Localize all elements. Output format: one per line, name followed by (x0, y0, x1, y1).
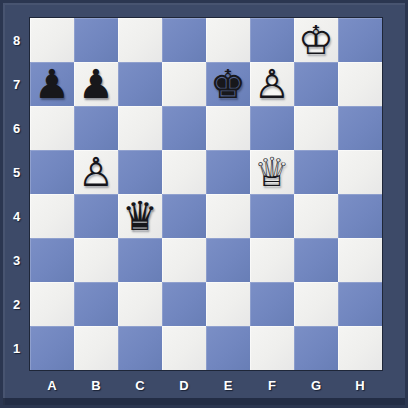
white-queen-outline: ♕ (250, 150, 294, 194)
file-label-g: G (294, 371, 338, 399)
square-c6[interactable] (118, 106, 162, 150)
rank-label-5: 5 (3, 150, 30, 194)
square-a6[interactable] (30, 106, 74, 150)
square-e6[interactable] (206, 106, 250, 150)
square-h7[interactable] (338, 62, 382, 106)
black-queen-glyph: ♛ (118, 194, 162, 238)
square-d2[interactable] (162, 282, 206, 326)
square-h6[interactable] (338, 106, 382, 150)
square-c8[interactable] (118, 18, 162, 62)
rank-label-7: 7 (3, 62, 30, 106)
square-g2[interactable] (294, 282, 338, 326)
rank-labels: 87654321 (3, 18, 30, 370)
file-label-b: B (74, 371, 118, 399)
square-d1[interactable] (162, 326, 206, 370)
square-d3[interactable] (162, 238, 206, 282)
square-c4[interactable]: ♛ (118, 194, 162, 238)
rank-label-4: 4 (3, 194, 30, 238)
square-b3[interactable] (74, 238, 118, 282)
square-c1[interactable] (118, 326, 162, 370)
rank-label-1: 1 (3, 326, 30, 370)
file-label-d: D (162, 371, 206, 399)
square-e7[interactable]: ♚ (206, 62, 250, 106)
square-e4[interactable] (206, 194, 250, 238)
square-f6[interactable] (250, 106, 294, 150)
white-king-outline: ♔ (294, 18, 338, 62)
square-c7[interactable] (118, 62, 162, 106)
square-f2[interactable] (250, 282, 294, 326)
square-b2[interactable] (74, 282, 118, 326)
chess-board-frame: 87654321 ♚♔♟♟♚♟♙♟♙♛♕♛ ABCDEFGH (0, 0, 408, 408)
square-a2[interactable] (30, 282, 74, 326)
black-pawn[interactable]: ♟ (30, 62, 74, 106)
square-g5[interactable] (294, 150, 338, 194)
square-f8[interactable] (250, 18, 294, 62)
white-queen[interactable]: ♛♕ (250, 150, 294, 194)
square-b8[interactable] (74, 18, 118, 62)
file-label-h: H (338, 371, 382, 399)
square-a5[interactable] (30, 150, 74, 194)
rank-label-6: 6 (3, 106, 30, 150)
square-d7[interactable] (162, 62, 206, 106)
square-e5[interactable] (206, 150, 250, 194)
rank-label-8: 8 (3, 18, 30, 62)
square-a1[interactable] (30, 326, 74, 370)
white-pawn[interactable]: ♟♙ (74, 150, 118, 194)
file-label-c: C (118, 371, 162, 399)
chess-board: ♚♔♟♟♚♟♙♟♙♛♕♛ (30, 18, 382, 370)
square-a7[interactable]: ♟ (30, 62, 74, 106)
square-b4[interactable] (74, 194, 118, 238)
square-g7[interactable] (294, 62, 338, 106)
square-e1[interactable] (206, 326, 250, 370)
square-d6[interactable] (162, 106, 206, 150)
square-g6[interactable] (294, 106, 338, 150)
black-queen[interactable]: ♛ (118, 194, 162, 238)
square-a4[interactable] (30, 194, 74, 238)
square-d4[interactable] (162, 194, 206, 238)
square-h1[interactable] (338, 326, 382, 370)
square-a3[interactable] (30, 238, 74, 282)
rank-label-2: 2 (3, 282, 30, 326)
square-h3[interactable] (338, 238, 382, 282)
square-b7[interactable]: ♟ (74, 62, 118, 106)
file-labels: ABCDEFGH (30, 371, 382, 399)
square-g3[interactable] (294, 238, 338, 282)
square-e2[interactable] (206, 282, 250, 326)
black-pawn-glyph: ♟ (30, 62, 74, 106)
square-h2[interactable] (338, 282, 382, 326)
square-h4[interactable] (338, 194, 382, 238)
square-c2[interactable] (118, 282, 162, 326)
square-g8[interactable]: ♚♔ (294, 18, 338, 62)
black-king-glyph: ♚ (206, 62, 250, 106)
black-king[interactable]: ♚ (206, 62, 250, 106)
square-f3[interactable] (250, 238, 294, 282)
file-label-e: E (206, 371, 250, 399)
square-f4[interactable] (250, 194, 294, 238)
square-d5[interactable] (162, 150, 206, 194)
square-a8[interactable] (30, 18, 74, 62)
square-e8[interactable] (206, 18, 250, 62)
square-e3[interactable] (206, 238, 250, 282)
square-c3[interactable] (118, 238, 162, 282)
square-b1[interactable] (74, 326, 118, 370)
square-g1[interactable] (294, 326, 338, 370)
black-pawn-glyph: ♟ (74, 62, 118, 106)
white-pawn-outline: ♙ (74, 150, 118, 194)
white-pawn[interactable]: ♟♙ (250, 62, 294, 106)
square-b6[interactable] (74, 106, 118, 150)
square-d8[interactable] (162, 18, 206, 62)
square-f1[interactable] (250, 326, 294, 370)
square-h8[interactable] (338, 18, 382, 62)
rank-label-3: 3 (3, 238, 30, 282)
file-label-a: A (30, 371, 74, 399)
white-pawn-outline: ♙ (250, 62, 294, 106)
square-c5[interactable] (118, 150, 162, 194)
black-pawn[interactable]: ♟ (74, 62, 118, 106)
file-label-f: F (250, 371, 294, 399)
square-f7[interactable]: ♟♙ (250, 62, 294, 106)
square-g4[interactable] (294, 194, 338, 238)
white-king[interactable]: ♚♔ (294, 18, 338, 62)
square-h5[interactable] (338, 150, 382, 194)
square-f5[interactable]: ♛♕ (250, 150, 294, 194)
square-b5[interactable]: ♟♙ (74, 150, 118, 194)
